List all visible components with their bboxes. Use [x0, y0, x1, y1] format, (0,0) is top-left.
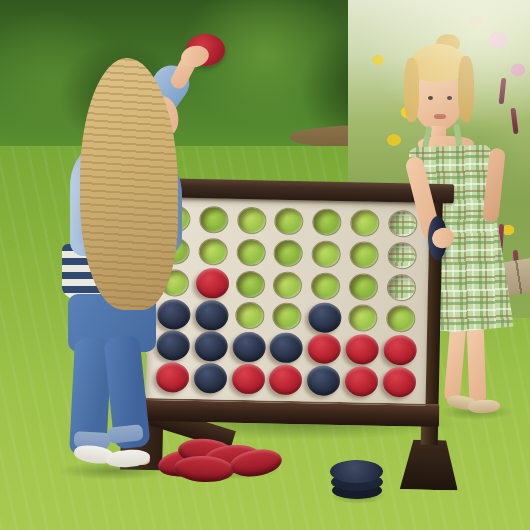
board-grid	[146, 197, 430, 407]
cell-r6c7	[380, 366, 418, 398]
empty-hole	[198, 238, 228, 266]
empty-hole	[311, 272, 341, 300]
red-disc	[308, 334, 342, 365]
girl-right-eye	[447, 96, 452, 100]
girl-right-hair-side	[404, 58, 419, 122]
cell-r3c5	[307, 270, 345, 302]
cell-r1c2	[195, 204, 233, 236]
navy-disc	[194, 331, 228, 362]
red-disc	[345, 335, 379, 366]
cell-r5c2	[192, 331, 230, 363]
red-disc	[231, 364, 265, 395]
red-disc	[269, 365, 303, 396]
girl-right-leg	[467, 322, 487, 405]
red-disc	[345, 366, 379, 397]
cell-r5c6	[343, 334, 381, 366]
cell-r5c5	[305, 333, 343, 365]
empty-hole	[388, 210, 418, 238]
empty-hole	[349, 241, 379, 269]
cell-r4c5	[306, 301, 344, 333]
navy-disc-stack	[330, 458, 386, 506]
cell-r6c1	[154, 361, 192, 393]
cell-r4c4	[268, 300, 306, 332]
cell-r4c6	[344, 302, 382, 334]
navy-disc	[194, 363, 228, 394]
red-disc-pile	[158, 434, 286, 484]
empty-hole	[387, 242, 417, 270]
empty-hole	[235, 302, 265, 330]
cell-r3c7	[382, 271, 420, 303]
scene	[0, 0, 530, 530]
navy-disc	[232, 332, 266, 363]
cell-r2c7	[383, 240, 421, 272]
red-disc	[156, 362, 190, 393]
empty-hole	[349, 273, 379, 301]
cell-r3c6	[344, 270, 382, 302]
cell-r4c1	[155, 298, 193, 330]
cell-r2c2	[194, 236, 232, 268]
empty-hole	[312, 209, 342, 237]
cell-r2c5	[307, 238, 345, 270]
navy-disc	[195, 300, 229, 331]
cell-r6c4	[267, 364, 305, 396]
empty-hole	[386, 305, 416, 333]
cell-r4c2	[193, 299, 231, 331]
empty-hole	[348, 304, 378, 332]
navy-disc	[157, 299, 191, 330]
empty-hole	[236, 270, 266, 298]
cell-r5c1	[154, 330, 192, 362]
empty-hole	[236, 239, 266, 267]
empty-hole	[199, 206, 229, 234]
empty-hole	[312, 240, 342, 268]
cell-r3c3	[231, 268, 269, 300]
cell-r5c3	[230, 331, 268, 363]
cell-r1c6	[346, 207, 384, 239]
empty-hole	[237, 207, 267, 235]
cell-r5c7	[381, 334, 419, 366]
cell-r3c2	[193, 267, 231, 299]
empty-hole	[273, 271, 303, 299]
cell-r6c6	[342, 365, 380, 397]
navy-disc	[270, 333, 304, 364]
empty-hole	[386, 274, 416, 302]
cell-r5c4	[267, 332, 305, 364]
girl-right-hair-side	[458, 56, 474, 122]
empty-hole	[273, 303, 303, 331]
navy-disc	[308, 302, 342, 333]
girl-right-eye	[428, 96, 433, 100]
red-disc	[383, 335, 417, 366]
cell-r4c7	[381, 303, 419, 335]
navy-disc	[307, 365, 341, 396]
cell-r3c4	[269, 269, 307, 301]
cell-r1c4	[270, 205, 308, 237]
navy-disc	[330, 460, 383, 483]
cell-r2c3	[232, 236, 270, 268]
cell-r6c3	[229, 363, 267, 395]
girl-right-mouth	[434, 114, 446, 119]
cell-r1c3	[232, 205, 270, 237]
red-disc	[196, 268, 230, 299]
cell-r2c6	[345, 239, 383, 271]
red-disc	[382, 367, 416, 398]
empty-hole	[274, 240, 304, 268]
navy-disc	[157, 331, 191, 362]
empty-hole	[275, 208, 305, 236]
cell-r6c5	[305, 365, 343, 397]
cell-r4c3	[230, 300, 268, 332]
cell-r1c5	[308, 206, 346, 238]
cell-r1c7	[383, 208, 421, 240]
empty-hole	[350, 209, 380, 237]
girl-right-bangs	[412, 62, 464, 82]
cell-r2c4	[269, 237, 307, 269]
cell-r6c2	[191, 362, 229, 394]
board-right-foot	[400, 439, 459, 490]
